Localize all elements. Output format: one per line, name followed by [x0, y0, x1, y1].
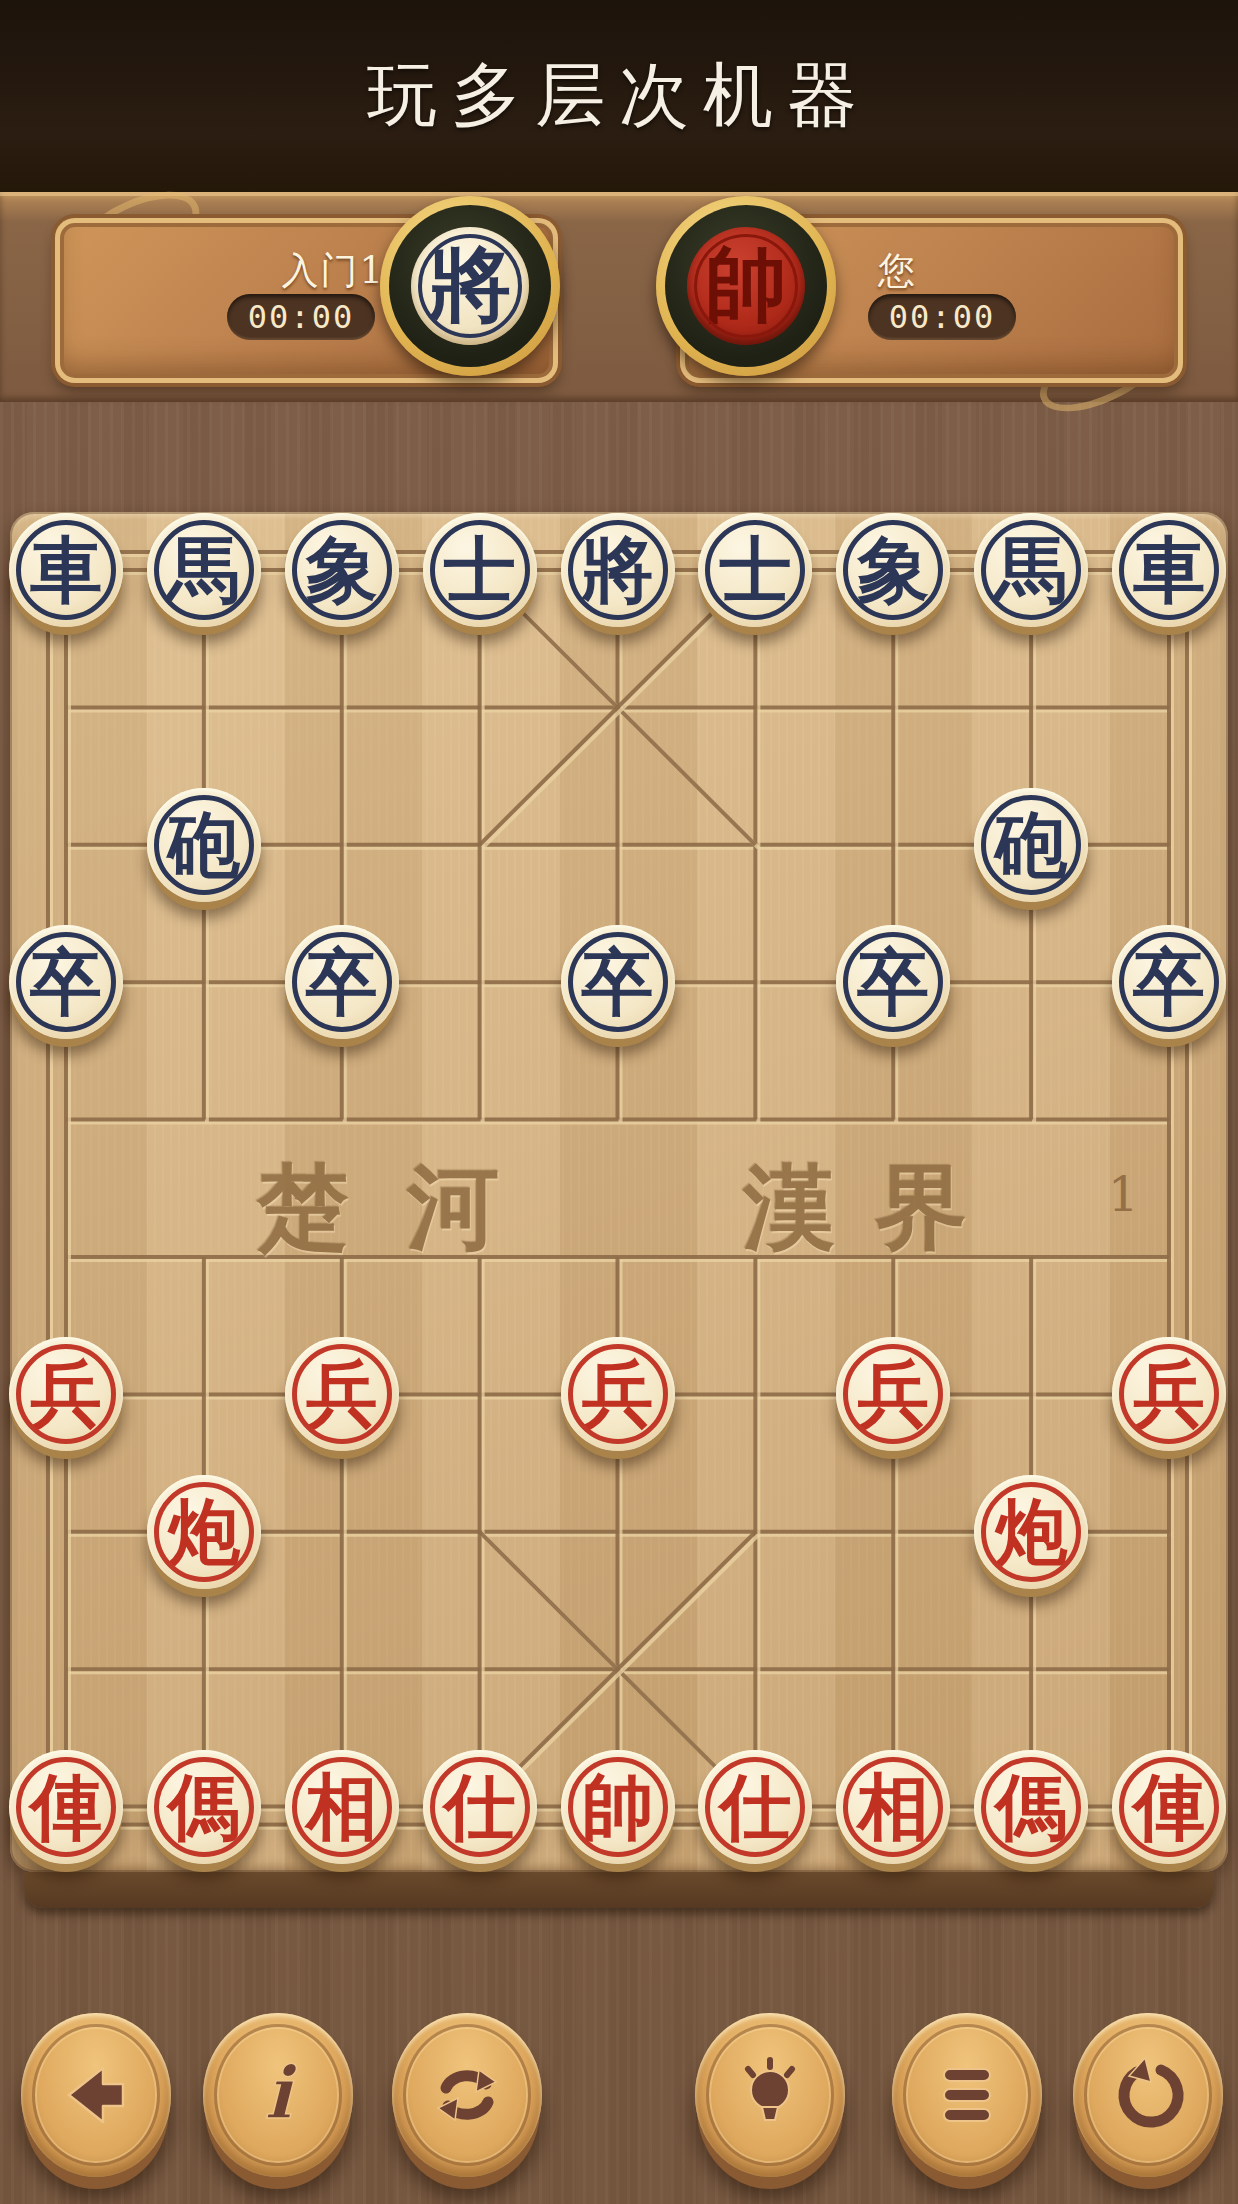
opponent-avatar: 將: [380, 196, 560, 376]
red-piece-兵[interactable]: 兵: [285, 1337, 399, 1451]
black-piece-卒[interactable]: 卒: [561, 925, 675, 1039]
black-piece-卒[interactable]: 卒: [9, 925, 123, 1039]
black-piece-砲[interactable]: 砲: [147, 788, 261, 902]
red-piece-兵[interactable]: 兵: [1112, 1337, 1226, 1451]
black-piece-砲[interactable]: 砲: [974, 788, 1088, 902]
undo-button[interactable]: [1073, 2013, 1223, 2177]
black-piece-馬[interactable]: 馬: [147, 513, 261, 627]
xiangqi-app: 玩多层次机器 入门1 00:00 您 00:00 將 帥 楚河 漢界 1 車馬象…: [0, 0, 1238, 2204]
svg-text:i: i: [264, 2052, 297, 2135]
red-piece-俥[interactable]: 俥: [1112, 1750, 1226, 1864]
menu-button[interactable]: [892, 2013, 1042, 2177]
red-piece-炮[interactable]: 炮: [147, 1475, 261, 1589]
black-piece-卒[interactable]: 卒: [285, 925, 399, 1039]
header: 玩多层次机器: [0, 0, 1238, 192]
river-label-chu-he: 楚河: [257, 1146, 557, 1270]
avatar-ring: 將: [389, 205, 551, 367]
black-piece-士[interactable]: 士: [423, 513, 537, 627]
red-piece-兵[interactable]: 兵: [836, 1337, 950, 1451]
black-piece-將[interactable]: 將: [561, 513, 675, 627]
red-piece-炮[interactable]: 炮: [974, 1475, 1088, 1589]
opponent-name: 入门1: [55, 246, 385, 296]
opponent-timer: 00:00: [227, 294, 375, 340]
black-piece-卒[interactable]: 卒: [1112, 925, 1226, 1039]
hint-button[interactable]: [695, 2013, 845, 2177]
menu-icon: [924, 2052, 1010, 2138]
you-name: 您: [878, 246, 917, 296]
red-piece-傌[interactable]: 傌: [147, 1750, 261, 1864]
back-arrow-icon: [53, 2052, 139, 2138]
red-piece-相[interactable]: 相: [285, 1750, 399, 1864]
board-grid: [10, 512, 1228, 1872]
info-icon: i: [235, 2052, 321, 2138]
red-piece-仕[interactable]: 仕: [423, 1750, 537, 1864]
you-avatar: 帥: [656, 196, 836, 376]
red-piece-兵[interactable]: 兵: [9, 1337, 123, 1451]
red-general-avatar-piece: 帥: [687, 227, 805, 345]
river-label-han-jie: 漢界: [743, 1146, 1007, 1270]
page-title: 玩多层次机器: [367, 49, 871, 143]
avatar-ring: 帥: [665, 205, 827, 367]
red-piece-帥[interactable]: 帥: [561, 1750, 675, 1864]
black-piece-象[interactable]: 象: [285, 513, 399, 627]
black-piece-車[interactable]: 車: [9, 513, 123, 627]
red-piece-傌[interactable]: 傌: [974, 1750, 1088, 1864]
hint-bulb-icon: [727, 2052, 813, 2138]
back-button[interactable]: [21, 2013, 171, 2177]
flip-button[interactable]: [392, 2013, 542, 2177]
black-piece-車[interactable]: 車: [1112, 513, 1226, 627]
you-timer: 00:00: [868, 294, 1016, 340]
river-number: 1: [1108, 1166, 1139, 1222]
xiangqi-board[interactable]: [10, 512, 1228, 1872]
black-general-avatar-piece: 將: [411, 227, 529, 345]
black-piece-馬[interactable]: 馬: [974, 513, 1088, 627]
black-piece-士[interactable]: 士: [698, 513, 812, 627]
flip-icon: [424, 2052, 510, 2138]
red-piece-俥[interactable]: 俥: [9, 1750, 123, 1864]
red-piece-相[interactable]: 相: [836, 1750, 950, 1864]
info-button[interactable]: i: [203, 2013, 353, 2177]
red-piece-兵[interactable]: 兵: [561, 1337, 675, 1451]
red-piece-仕[interactable]: 仕: [698, 1750, 812, 1864]
black-piece-卒[interactable]: 卒: [836, 925, 950, 1039]
black-piece-象[interactable]: 象: [836, 513, 950, 627]
undo-icon: [1105, 2052, 1191, 2138]
